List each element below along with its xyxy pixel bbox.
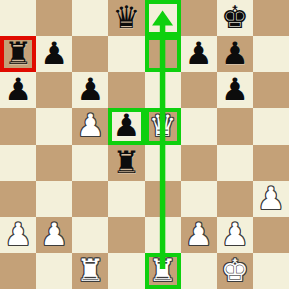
piece-black-pawn[interactable]: ♟: [40, 35, 68, 71]
square-d6[interactable]: [108, 72, 144, 108]
piece-white-king[interactable]: ♚: [221, 252, 249, 288]
square-g7[interactable]: ♟: [217, 36, 253, 72]
piece-black-pawn[interactable]: ♟: [221, 71, 249, 107]
square-b7[interactable]: ♟: [36, 36, 72, 72]
square-d1[interactable]: [108, 253, 144, 289]
square-c1[interactable]: ♜: [72, 253, 108, 289]
square-a8[interactable]: [0, 0, 36, 36]
square-d7[interactable]: [108, 36, 144, 72]
square-b8[interactable]: [36, 0, 72, 36]
square-b6[interactable]: [36, 72, 72, 108]
square-e6[interactable]: [145, 72, 181, 108]
square-h4[interactable]: [253, 145, 289, 181]
piece-black-pawn[interactable]: ♟: [113, 107, 141, 143]
square-d4[interactable]: ♜: [108, 145, 144, 181]
piece-white-pawn[interactable]: ♟: [4, 216, 32, 252]
square-e7[interactable]: [145, 36, 181, 72]
square-a7[interactable]: ♜: [0, 36, 36, 72]
square-a2[interactable]: ♟: [0, 217, 36, 253]
piece-black-pawn[interactable]: ♟: [185, 35, 213, 71]
square-h2[interactable]: [253, 217, 289, 253]
piece-white-queen[interactable]: ♛: [149, 107, 177, 143]
square-f7[interactable]: ♟: [181, 36, 217, 72]
square-f8[interactable]: [181, 0, 217, 36]
piece-black-pawn[interactable]: ♟: [4, 71, 32, 107]
square-c6[interactable]: ♟: [72, 72, 108, 108]
square-c8[interactable]: [72, 0, 108, 36]
square-e4[interactable]: [145, 145, 181, 181]
square-e8[interactable]: [145, 0, 181, 36]
square-h6[interactable]: [253, 72, 289, 108]
square-g3[interactable]: [217, 181, 253, 217]
square-e1[interactable]: ♜: [145, 253, 181, 289]
piece-white-pawn[interactable]: ♟: [221, 216, 249, 252]
piece-black-pawn[interactable]: ♟: [221, 35, 249, 71]
square-g1[interactable]: ♚: [217, 253, 253, 289]
piece-black-rook[interactable]: ♜: [113, 144, 141, 180]
piece-black-queen[interactable]: ♛: [113, 0, 141, 35]
square-f2[interactable]: ♟: [181, 217, 217, 253]
chess-board: ♛♚♜♟♟♟♟♟♟♟♟♛♜♟♟♟♟♟♜♜♚: [0, 0, 289, 289]
square-f1[interactable]: [181, 253, 217, 289]
square-e5[interactable]: ♛: [145, 108, 181, 144]
piece-white-pawn[interactable]: ♟: [76, 107, 104, 143]
square-b1[interactable]: [36, 253, 72, 289]
square-b2[interactable]: ♟: [36, 217, 72, 253]
piece-black-king[interactable]: ♚: [221, 0, 249, 35]
square-h8[interactable]: [253, 0, 289, 36]
square-g2[interactable]: ♟: [217, 217, 253, 253]
piece-black-rook[interactable]: ♜: [4, 35, 32, 71]
square-c4[interactable]: [72, 145, 108, 181]
piece-white-pawn[interactable]: ♟: [185, 216, 213, 252]
square-d8[interactable]: ♛: [108, 0, 144, 36]
square-c7[interactable]: [72, 36, 108, 72]
square-g5[interactable]: [217, 108, 253, 144]
piece-white-pawn[interactable]: ♟: [40, 216, 68, 252]
square-e3[interactable]: [145, 181, 181, 217]
square-g8[interactable]: ♚: [217, 0, 253, 36]
square-c5[interactable]: ♟: [72, 108, 108, 144]
square-f4[interactable]: [181, 145, 217, 181]
square-a5[interactable]: [0, 108, 36, 144]
square-a6[interactable]: ♟: [0, 72, 36, 108]
square-e2[interactable]: [145, 217, 181, 253]
square-h5[interactable]: [253, 108, 289, 144]
piece-white-pawn[interactable]: ♟: [257, 180, 285, 216]
square-d2[interactable]: [108, 217, 144, 253]
square-d5[interactable]: ♟: [108, 108, 144, 144]
piece-white-rook[interactable]: ♜: [76, 252, 104, 288]
square-a1[interactable]: [0, 253, 36, 289]
square-h3[interactable]: ♟: [253, 181, 289, 217]
square-a3[interactable]: [0, 181, 36, 217]
square-f6[interactable]: [181, 72, 217, 108]
square-b3[interactable]: [36, 181, 72, 217]
square-b4[interactable]: [36, 145, 72, 181]
square-h7[interactable]: [253, 36, 289, 72]
square-g4[interactable]: [217, 145, 253, 181]
square-a4[interactable]: [0, 145, 36, 181]
piece-white-rook[interactable]: ♜: [149, 252, 177, 288]
square-d3[interactable]: [108, 181, 144, 217]
square-g6[interactable]: ♟: [217, 72, 253, 108]
piece-black-pawn[interactable]: ♟: [76, 71, 104, 107]
square-f5[interactable]: [181, 108, 217, 144]
square-f3[interactable]: [181, 181, 217, 217]
square-c3[interactable]: [72, 181, 108, 217]
square-c2[interactable]: [72, 217, 108, 253]
square-h1[interactable]: [253, 253, 289, 289]
square-b5[interactable]: [36, 108, 72, 144]
